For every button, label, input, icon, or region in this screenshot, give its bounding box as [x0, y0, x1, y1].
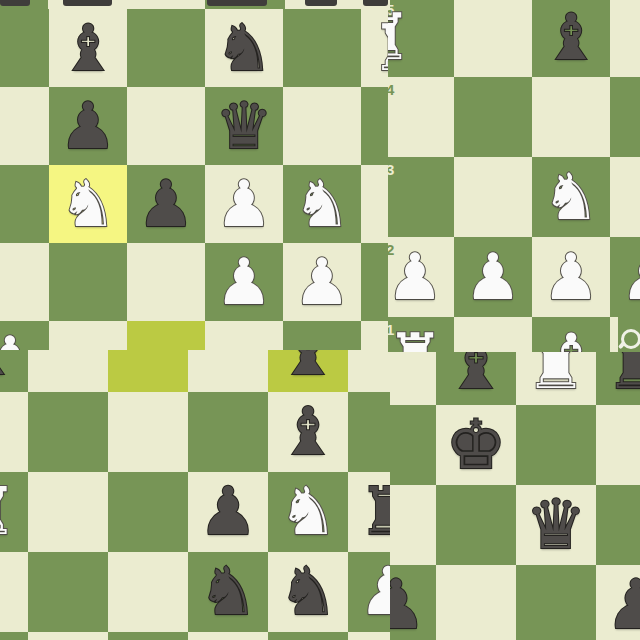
- square[interactable]: [454, 317, 532, 352]
- black-pawn[interactable]: ♟: [596, 565, 640, 640]
- square[interactable]: [205, 321, 283, 350]
- white-rook[interactable]: ♜: [516, 352, 596, 405]
- white-pawn[interactable]: ♟: [610, 237, 640, 317]
- square[interactable]: [108, 392, 188, 472]
- black-bishop[interactable]: ♝: [0, 350, 28, 392]
- square[interactable]: [188, 632, 268, 640]
- white-rook[interactable]: ♜: [361, 9, 390, 87]
- board-fragment-bottom-right: ♝♜♜♚♛♟♟: [390, 352, 640, 640]
- white-rook[interactable]: ♜: [388, 0, 422, 77]
- piece-bottom-sliver: [305, 0, 337, 6]
- square[interactable]: [388, 157, 454, 237]
- white-pawn[interactable]: ♟: [0, 321, 49, 350]
- square[interactable]: [28, 632, 108, 640]
- white-knight[interactable]: ♞: [268, 472, 348, 552]
- square[interactable]: [361, 321, 390, 350]
- white-pawn[interactable]: ♟: [348, 552, 390, 632]
- square[interactable]: [390, 485, 436, 565]
- circle-badge-icon: [621, 329, 640, 349]
- white-rook[interactable]: ♜: [388, 317, 454, 352]
- square[interactable]: [348, 632, 390, 640]
- black-pawn[interactable]: ♟: [127, 165, 205, 243]
- black-bishop[interactable]: ♝: [268, 350, 348, 392]
- square[interactable]: [283, 321, 361, 350]
- black-king[interactable]: ♚: [436, 405, 516, 485]
- black-bishop[interactable]: ♝: [49, 9, 127, 87]
- white-knight[interactable]: ♞: [532, 157, 610, 237]
- square[interactable]: [0, 9, 49, 87]
- square[interactable]: [361, 165, 390, 243]
- ring-badge-patch: [618, 316, 640, 352]
- piece-bottom-sliver: [63, 0, 112, 6]
- chess-collage: ♝♞♜♟♛♞♟♟♞♟♟♟♝♝♝♜♟♞♜♞♞♟♝♜♜♚♛♟♟54321♜♝♞♟♟♟…: [0, 0, 640, 640]
- black-knight[interactable]: ♞: [188, 552, 268, 632]
- square[interactable]: [268, 632, 348, 640]
- square[interactable]: [361, 243, 390, 321]
- square[interactable]: [596, 485, 640, 565]
- square[interactable]: [108, 472, 188, 552]
- white-pawn[interactable]: ♟: [283, 243, 361, 321]
- square[interactable]: [127, 9, 205, 87]
- square[interactable]: [28, 472, 108, 552]
- black-knight[interactable]: ♞: [205, 9, 283, 87]
- white-rook[interactable]: ♜: [0, 472, 28, 552]
- square[interactable]: [28, 350, 108, 392]
- rank-label: 4: [388, 82, 394, 97]
- piece-bottom-sliver: [207, 0, 267, 6]
- white-pawn[interactable]: ♟: [205, 243, 283, 321]
- piece-bottom-sliver: [0, 0, 30, 6]
- square[interactable]: [28, 552, 108, 632]
- square[interactable]: [0, 392, 28, 472]
- black-bishop[interactable]: ♝: [268, 392, 348, 472]
- square[interactable]: [436, 565, 516, 640]
- square[interactable]: [283, 87, 361, 165]
- square[interactable]: [0, 165, 49, 243]
- board-fragment-bottom-left: ♝♝♝♜♟♞♜♞♞♟: [0, 350, 390, 640]
- white-pawn[interactable]: ♟: [388, 237, 454, 317]
- piece-bottom-sliver: [363, 0, 388, 6]
- square[interactable]: [516, 405, 596, 485]
- square[interactable]: [348, 392, 390, 472]
- white-pawn[interactable]: ♟: [454, 237, 532, 317]
- top-edge-strip: [0, 0, 390, 9]
- black-pawn[interactable]: ♟: [49, 87, 127, 165]
- board-fragment-top-left: ♝♞♜♟♛♞♟♟♞♟♟♟: [0, 0, 390, 350]
- square[interactable]: [454, 77, 532, 157]
- black-queen[interactable]: ♛: [205, 87, 283, 165]
- white-knight[interactable]: ♞: [49, 165, 127, 243]
- white-pawn[interactable]: ♟: [532, 237, 610, 317]
- square[interactable]: [0, 632, 28, 640]
- square[interactable]: [532, 77, 610, 157]
- board-fragment-top-right: 54321♜♝♞♟♟♟♟♜♝: [388, 0, 640, 352]
- square[interactable]: [108, 350, 188, 392]
- black-bishop[interactable]: ♝: [436, 352, 516, 405]
- square[interactable]: [610, 0, 640, 77]
- square[interactable]: [390, 405, 436, 485]
- square[interactable]: [610, 77, 640, 157]
- black-rook[interactable]: ♜: [596, 352, 640, 405]
- square[interactable]: [49, 321, 127, 350]
- black-pawn[interactable]: ♟: [390, 565, 436, 640]
- square[interactable]: [127, 321, 205, 350]
- square[interactable]: [436, 485, 516, 565]
- square[interactable]: [28, 392, 108, 472]
- square[interactable]: [283, 9, 361, 87]
- square[interactable]: [127, 243, 205, 321]
- black-knight[interactable]: ♞: [268, 552, 348, 632]
- black-pawn[interactable]: ♟: [188, 472, 268, 552]
- square[interactable]: [127, 87, 205, 165]
- white-pawn[interactable]: ♟: [205, 165, 283, 243]
- black-queen[interactable]: ♛: [516, 485, 596, 565]
- white-bishop[interactable]: ♝: [532, 317, 610, 352]
- square[interactable]: [0, 243, 49, 321]
- square[interactable]: [390, 352, 436, 405]
- square[interactable]: [49, 243, 127, 321]
- square[interactable]: [348, 350, 390, 392]
- square[interactable]: [388, 77, 454, 157]
- square[interactable]: [610, 157, 640, 237]
- square[interactable]: [0, 87, 49, 165]
- square[interactable]: [108, 552, 188, 632]
- rank-label: 3: [388, 162, 394, 177]
- square[interactable]: [361, 87, 390, 165]
- square[interactable]: [108, 632, 188, 640]
- square[interactable]: [596, 405, 640, 485]
- square[interactable]: [188, 350, 268, 392]
- square[interactable]: [516, 565, 596, 640]
- black-bishop[interactable]: ♝: [532, 0, 610, 77]
- square[interactable]: [454, 157, 532, 237]
- square[interactable]: [0, 552, 28, 632]
- white-knight[interactable]: ♞: [283, 165, 361, 243]
- square[interactable]: [454, 0, 532, 77]
- black-rook[interactable]: ♜: [348, 472, 390, 552]
- square[interactable]: [188, 392, 268, 472]
